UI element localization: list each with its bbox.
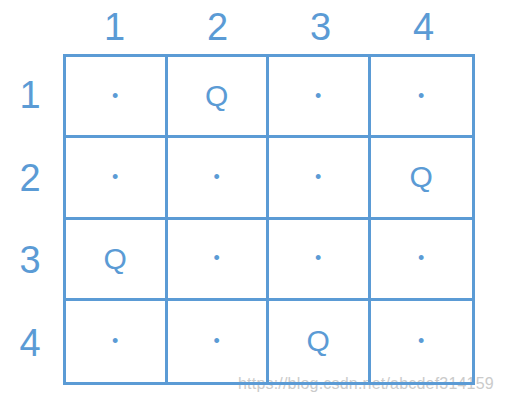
board-grid: •Q•••••QQ•••••Q• (63, 54, 475, 385)
column-labels: 1234 (63, 4, 475, 50)
column-label-2: 2 (166, 4, 269, 50)
cell-r2c3-empty: • (269, 138, 371, 219)
cell-r4c4-empty: • (371, 301, 473, 382)
cell-r1c1-empty: • (66, 57, 168, 138)
row-labels: 1234 (8, 54, 52, 385)
cell-r3c1-queen: Q (66, 220, 168, 301)
cell-r3c3-empty: • (269, 220, 371, 301)
cell-r2c4-queen: Q (371, 138, 473, 219)
cell-r3c4-empty: • (371, 220, 473, 301)
column-label-4: 4 (372, 4, 475, 50)
row-label-2: 2 (8, 137, 52, 220)
cell-r2c2-empty: • (168, 138, 270, 219)
cell-r2c1-empty: • (66, 138, 168, 219)
row-label-4: 4 (8, 302, 52, 385)
cell-r1c4-empty: • (371, 57, 473, 138)
cell-r4c3-queen: Q (269, 301, 371, 382)
cell-r1c3-empty: • (269, 57, 371, 138)
cell-r3c2-empty: • (168, 220, 270, 301)
cell-r1c2-queen: Q (168, 57, 270, 138)
row-label-3: 3 (8, 220, 52, 303)
column-label-3: 3 (269, 4, 372, 50)
cell-r4c2-empty: • (168, 301, 270, 382)
column-label-1: 1 (63, 4, 166, 50)
row-label-1: 1 (8, 54, 52, 137)
cell-r4c1-empty: • (66, 301, 168, 382)
